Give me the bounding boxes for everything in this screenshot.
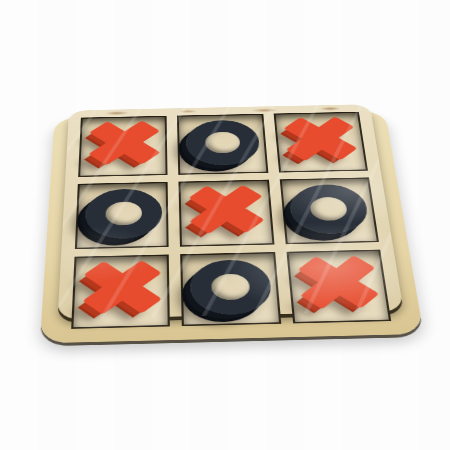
piece-o[interactable] (289, 184, 371, 235)
cell-r1c2[interactable] (177, 114, 268, 175)
photo-background: ✖✖✖✖✖ (0, 0, 450, 450)
cell-r1c1[interactable]: ✖ (78, 116, 168, 177)
piece-x[interactable]: ✖ (76, 252, 167, 326)
cell-r2c3[interactable] (279, 177, 379, 244)
cell-r3c1[interactable]: ✖ (71, 254, 170, 328)
cell-r3c2[interactable] (180, 252, 280, 326)
piece-x[interactable]: ✖ (278, 110, 365, 171)
cell-r3c3[interactable]: ✖ (286, 250, 391, 324)
tic-tac-toe-board: ✖✖✖✖✖ (58, 104, 404, 319)
board-grid: ✖✖✖✖✖ (72, 112, 388, 310)
piece-o[interactable] (84, 188, 162, 239)
piece-x[interactable]: ✖ (83, 114, 165, 175)
cell-r1c3[interactable]: ✖ (273, 112, 368, 173)
piece-o[interactable] (186, 120, 261, 166)
piece-x[interactable]: ✖ (291, 248, 388, 321)
board-assembly: ✖✖✖✖✖ (58, 104, 404, 319)
piece-x[interactable]: ✖ (183, 178, 271, 245)
piece-o[interactable] (190, 259, 273, 315)
cell-r2c2[interactable]: ✖ (179, 180, 274, 247)
cell-r2c1[interactable] (75, 182, 169, 249)
